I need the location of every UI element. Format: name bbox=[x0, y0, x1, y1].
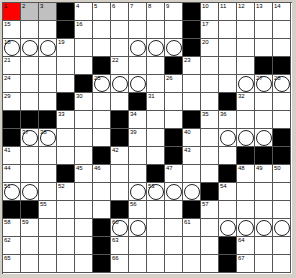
cell-r10c6[interactable]: 46 bbox=[93, 165, 111, 183]
cell-r3c3[interactable] bbox=[39, 39, 57, 57]
cell-r8c15[interactable] bbox=[255, 129, 273, 147]
cell-r8c5[interactable] bbox=[75, 129, 93, 147]
cell-r5c9[interactable] bbox=[147, 75, 165, 93]
clue-number: 53 bbox=[148, 183, 155, 190]
cell-r12c8[interactable]: 56 bbox=[129, 201, 147, 219]
cell-r12c12[interactable]: 57 bbox=[201, 201, 219, 219]
cell-r12c4[interactable] bbox=[57, 201, 75, 219]
cell-r15c14[interactable]: 67 bbox=[237, 255, 255, 273]
cell-r14c9[interactable] bbox=[147, 237, 165, 255]
cell-r14c4[interactable] bbox=[57, 237, 75, 255]
cell-r13c5[interactable] bbox=[75, 219, 93, 237]
black-cell-r10c9 bbox=[147, 165, 165, 183]
circle-marker bbox=[220, 220, 236, 236]
cell-r2c13[interactable] bbox=[219, 21, 237, 39]
circle-marker bbox=[130, 220, 146, 236]
cell-r3c16[interactable] bbox=[273, 39, 291, 57]
cell-r3c9[interactable] bbox=[147, 39, 165, 57]
cell-r1c12[interactable]: 10 bbox=[201, 3, 219, 21]
cell-r10c1[interactable]: 44 bbox=[3, 165, 21, 183]
clue-number: 51 bbox=[4, 183, 11, 190]
cell-r14c8[interactable] bbox=[129, 237, 147, 255]
cell-r7c9[interactable] bbox=[147, 111, 165, 129]
clue-number: 61 bbox=[184, 219, 191, 226]
cell-r12c6[interactable] bbox=[93, 201, 111, 219]
cell-r15c1[interactable]: 65 bbox=[3, 255, 21, 273]
black-cell-r8c10 bbox=[165, 129, 183, 147]
clue-number: 14 bbox=[274, 3, 281, 10]
cell-r14c1[interactable]: 62 bbox=[3, 237, 21, 255]
cell-r8c2[interactable]: 37 bbox=[21, 129, 39, 147]
cell-r2c8[interactable] bbox=[129, 21, 147, 39]
cell-r13c14[interactable] bbox=[237, 219, 255, 237]
cell-r14c14[interactable]: 64 bbox=[237, 237, 255, 255]
cell-r1c13[interactable]: 11 bbox=[219, 3, 237, 21]
cell-r12c5[interactable] bbox=[75, 201, 93, 219]
circle-marker bbox=[148, 40, 164, 56]
clue-number: 20 bbox=[202, 39, 209, 46]
cell-r6c11[interactable] bbox=[183, 93, 201, 111]
cell-r1c8[interactable]: 7 bbox=[129, 3, 147, 21]
cell-r7c5[interactable] bbox=[75, 111, 93, 129]
cell-r5c7[interactable] bbox=[111, 75, 129, 93]
clue-number: 18 bbox=[4, 39, 11, 46]
cell-r5c6[interactable]: 25 bbox=[93, 75, 111, 93]
cell-r13c11[interactable]: 61 bbox=[183, 219, 201, 237]
clue-number: 11 bbox=[220, 3, 226, 10]
cell-r9c11[interactable]: 43 bbox=[183, 147, 201, 165]
cell-r7c13[interactable]: 36 bbox=[219, 111, 237, 129]
clue-number: 23 bbox=[184, 57, 191, 64]
cell-r4c7[interactable]: 22 bbox=[111, 57, 129, 75]
clue-number: 33 bbox=[58, 111, 65, 118]
cell-r14c5[interactable] bbox=[75, 237, 93, 255]
cell-r10c16[interactable]: 50 bbox=[273, 165, 291, 183]
black-cell-r13c6 bbox=[93, 219, 111, 237]
cell-r10c12[interactable] bbox=[201, 165, 219, 183]
cell-r15c10[interactable] bbox=[165, 255, 183, 273]
cell-r6c14[interactable]: 32 bbox=[237, 93, 255, 111]
cell-r6c2[interactable] bbox=[21, 93, 39, 111]
clue-number: 44 bbox=[4, 165, 11, 172]
cell-r6c10[interactable] bbox=[165, 93, 183, 111]
black-cell-r8c16 bbox=[273, 129, 291, 147]
black-cell-r9c16 bbox=[273, 147, 291, 165]
cell-r6c12[interactable] bbox=[201, 93, 219, 111]
cell-r1c16[interactable]: 14 bbox=[273, 3, 291, 21]
cell-r13c2[interactable]: 59 bbox=[21, 219, 39, 237]
cell-r3c2[interactable] bbox=[21, 39, 39, 57]
circle-marker bbox=[130, 40, 146, 56]
cell-r9c3[interactable] bbox=[39, 147, 57, 165]
black-cell-r4c6 bbox=[93, 57, 111, 75]
cell-r4c9[interactable] bbox=[147, 57, 165, 75]
cell-r6c3[interactable] bbox=[39, 93, 57, 111]
cell-r5c14[interactable] bbox=[237, 75, 255, 93]
black-cell-r8c7 bbox=[111, 129, 129, 147]
cell-r8c14[interactable] bbox=[237, 129, 255, 147]
cell-r9c8[interactable] bbox=[129, 147, 147, 165]
cell-r15c2[interactable] bbox=[21, 255, 39, 273]
black-cell-r7c11 bbox=[183, 111, 201, 129]
clue-number: 22 bbox=[112, 57, 119, 64]
cell-r15c11[interactable] bbox=[183, 255, 201, 273]
black-cell-r12c7 bbox=[111, 201, 129, 219]
cell-r7c8[interactable]: 34 bbox=[129, 111, 147, 129]
cell-r2c16[interactable] bbox=[273, 21, 291, 39]
black-cell-r10c4 bbox=[57, 165, 75, 183]
cell-r11c13[interactable]: 54 bbox=[219, 183, 237, 201]
cell-r14c15[interactable] bbox=[255, 237, 273, 255]
cell-r12c16[interactable] bbox=[273, 201, 291, 219]
cell-r15c5[interactable] bbox=[75, 255, 93, 273]
cell-r7c4[interactable]: 33 bbox=[57, 111, 75, 129]
black-cell-r12c1 bbox=[3, 201, 21, 219]
cell-r5c13[interactable] bbox=[219, 75, 237, 93]
cell-r4c4[interactable] bbox=[57, 57, 75, 75]
clue-number: 37 bbox=[22, 129, 29, 136]
black-cell-r11c12 bbox=[201, 183, 219, 201]
clue-number: 7 bbox=[130, 3, 133, 10]
clue-number: 35 bbox=[202, 111, 209, 118]
cell-r10c10[interactable]: 47 bbox=[165, 165, 183, 183]
cell-r14c10[interactable] bbox=[165, 237, 183, 255]
circle-marker bbox=[238, 130, 254, 146]
cell-r4c11[interactable]: 23 bbox=[183, 57, 201, 75]
cell-r12c13[interactable] bbox=[219, 201, 237, 219]
black-cell-r7c3 bbox=[39, 111, 57, 129]
clue-number: 54 bbox=[220, 183, 227, 190]
clue-number: 49 bbox=[256, 165, 263, 172]
clue-number: 41 bbox=[4, 147, 11, 154]
clue-number: 36 bbox=[220, 111, 227, 118]
cell-r6c16[interactable] bbox=[273, 93, 291, 111]
cell-r11c4[interactable]: 52 bbox=[57, 183, 75, 201]
cell-r11c6[interactable] bbox=[93, 183, 111, 201]
cell-r4c14[interactable] bbox=[237, 57, 255, 75]
cell-r9c1[interactable]: 41 bbox=[3, 147, 21, 165]
cell-r11c5[interactable] bbox=[75, 183, 93, 201]
cell-r4c13[interactable] bbox=[219, 57, 237, 75]
black-cell-r4c10 bbox=[165, 57, 183, 75]
cell-r11c1[interactable]: 51 bbox=[3, 183, 21, 201]
cell-r6c6[interactable] bbox=[93, 93, 111, 111]
circle-marker bbox=[184, 184, 200, 200]
cell-r9c9[interactable] bbox=[147, 147, 165, 165]
cell-r7c14[interactable] bbox=[237, 111, 255, 129]
cell-r5c11[interactable] bbox=[183, 75, 201, 93]
clue-number: 12 bbox=[238, 3, 245, 10]
cell-r15c12[interactable] bbox=[201, 255, 219, 273]
clue-number: 9 bbox=[166, 3, 169, 10]
cell-r9c2[interactable] bbox=[21, 147, 39, 165]
cell-r13c9[interactable] bbox=[147, 219, 165, 237]
cell-r2c9[interactable] bbox=[147, 21, 165, 39]
black-cell-r7c1 bbox=[3, 111, 21, 129]
clue-number: 2 bbox=[22, 3, 25, 10]
cell-r15c9[interactable] bbox=[147, 255, 165, 273]
clue-number: 10 bbox=[202, 3, 209, 10]
cell-r3c4[interactable]: 19 bbox=[57, 39, 75, 57]
black-cell-r15c13 bbox=[219, 255, 237, 273]
clue-number: 27 bbox=[256, 75, 263, 82]
cell-r1c5[interactable]: 4 bbox=[75, 3, 93, 21]
cell-r3c14[interactable] bbox=[237, 39, 255, 57]
circle-marker bbox=[256, 130, 272, 146]
clue-number: 48 bbox=[238, 165, 245, 172]
cell-r4c3[interactable] bbox=[39, 57, 57, 75]
black-cell-r15c6 bbox=[93, 255, 111, 273]
cell-r7c16[interactable] bbox=[273, 111, 291, 129]
cell-r13c16[interactable] bbox=[273, 219, 291, 237]
circle-marker bbox=[166, 40, 182, 56]
cell-r9c5[interactable] bbox=[75, 147, 93, 165]
cell-r10c11[interactable] bbox=[183, 165, 201, 183]
cell-r6c1[interactable]: 29 bbox=[3, 93, 21, 111]
cell-r6c5[interactable]: 30 bbox=[75, 93, 93, 111]
cell-r1c2[interactable]: 2 bbox=[21, 3, 39, 21]
cell-r2c14[interactable] bbox=[237, 21, 255, 39]
cell-r7c10[interactable] bbox=[165, 111, 183, 129]
cell-r15c8[interactable] bbox=[129, 255, 147, 273]
black-cell-r6c8 bbox=[129, 93, 147, 111]
cell-r8c8[interactable]: 39 bbox=[129, 129, 147, 147]
black-cell-r9c14 bbox=[237, 147, 255, 165]
cell-r12c14[interactable] bbox=[237, 201, 255, 219]
cell-r2c6[interactable] bbox=[93, 21, 111, 39]
cell-r1c9[interactable]: 8 bbox=[147, 3, 165, 21]
crossword-board: 1234567891011121314151617181920212223242… bbox=[2, 2, 292, 274]
cell-r13c12[interactable] bbox=[201, 219, 219, 237]
cell-r3c13[interactable] bbox=[219, 39, 237, 57]
circle-marker bbox=[130, 184, 146, 200]
cell-r14c7[interactable]: 63 bbox=[111, 237, 129, 255]
clue-number: 60 bbox=[112, 219, 119, 226]
clue-number: 6 bbox=[112, 3, 115, 10]
circle-marker bbox=[238, 220, 254, 236]
clue-number: 57 bbox=[202, 201, 209, 208]
black-cell-r2c11 bbox=[183, 21, 201, 39]
black-cell-r14c13 bbox=[219, 237, 237, 255]
clue-number: 64 bbox=[238, 237, 245, 244]
cell-r12c3[interactable]: 55 bbox=[39, 201, 57, 219]
cell-r14c11[interactable] bbox=[183, 237, 201, 255]
clue-number: 5 bbox=[94, 3, 97, 10]
cell-r11c15[interactable] bbox=[255, 183, 273, 201]
cell-r3c1[interactable]: 18 bbox=[3, 39, 21, 57]
cell-r8c4[interactable] bbox=[57, 129, 75, 147]
cell-r12c15[interactable] bbox=[255, 201, 273, 219]
cell-r2c12[interactable]: 17 bbox=[201, 21, 219, 39]
cell-r3c12[interactable]: 20 bbox=[201, 39, 219, 57]
cell-r5c12[interactable] bbox=[201, 75, 219, 93]
clue-number: 30 bbox=[76, 93, 83, 100]
cell-r14c3[interactable] bbox=[39, 237, 57, 255]
clue-number: 62 bbox=[4, 237, 11, 244]
clue-number: 43 bbox=[184, 147, 191, 154]
cell-r11c3[interactable] bbox=[39, 183, 57, 201]
clue-number: 31 bbox=[148, 93, 155, 100]
cell-r11c8[interactable] bbox=[129, 183, 147, 201]
cell-r12c10[interactable] bbox=[165, 201, 183, 219]
cell-r1c10[interactable]: 9 bbox=[165, 3, 183, 21]
cell-r11c14[interactable] bbox=[237, 183, 255, 201]
clue-number: 29 bbox=[4, 93, 11, 100]
clue-number: 47 bbox=[166, 165, 173, 172]
clue-number: 66 bbox=[112, 255, 119, 262]
cell-r12c9[interactable] bbox=[147, 201, 165, 219]
cell-r13c8[interactable] bbox=[129, 219, 147, 237]
circle-marker bbox=[130, 76, 146, 92]
cell-r3c15[interactable] bbox=[255, 39, 273, 57]
cell-r2c1[interactable]: 15 bbox=[3, 21, 21, 39]
cell-r11c7[interactable] bbox=[111, 183, 129, 201]
cell-r3c6[interactable] bbox=[93, 39, 111, 57]
cell-r4c5[interactable] bbox=[75, 57, 93, 75]
cell-r2c7[interactable] bbox=[111, 21, 129, 39]
cell-r9c13[interactable] bbox=[219, 147, 237, 165]
window-background: 1234567891011121314151617181920212223242… bbox=[0, 0, 296, 276]
cell-r6c7[interactable] bbox=[111, 93, 129, 111]
cell-r9c7[interactable]: 42 bbox=[111, 147, 129, 165]
cell-r8c11[interactable]: 40 bbox=[183, 129, 201, 147]
cell-r7c6[interactable] bbox=[93, 111, 111, 129]
cell-r10c3[interactable] bbox=[39, 165, 57, 183]
cell-r11c2[interactable] bbox=[21, 183, 39, 201]
cell-r7c15[interactable] bbox=[255, 111, 273, 129]
cell-r13c1[interactable]: 58 bbox=[3, 219, 21, 237]
cell-r3c5[interactable] bbox=[75, 39, 93, 57]
cell-r5c16[interactable]: 28 bbox=[273, 75, 291, 93]
circle-marker bbox=[238, 76, 254, 92]
cell-r8c9[interactable] bbox=[147, 129, 165, 147]
black-cell-r9c15 bbox=[255, 147, 273, 165]
clue-number: 28 bbox=[274, 75, 281, 82]
circle-marker bbox=[256, 220, 272, 236]
clue-number: 16 bbox=[76, 21, 83, 28]
circle-marker bbox=[166, 184, 182, 200]
cell-r14c2[interactable] bbox=[21, 237, 39, 255]
cell-r5c10[interactable]: 26 bbox=[165, 75, 183, 93]
cell-r3c8[interactable] bbox=[129, 39, 147, 57]
clue-number: 3 bbox=[40, 3, 43, 10]
cell-r15c4[interactable] bbox=[57, 255, 75, 273]
black-cell-r9c6 bbox=[93, 147, 111, 165]
clue-number: 8 bbox=[148, 3, 151, 10]
cell-r2c10[interactable] bbox=[165, 21, 183, 39]
cell-r5c1[interactable]: 24 bbox=[3, 75, 21, 93]
cell-r13c15[interactable] bbox=[255, 219, 273, 237]
cell-r10c7[interactable] bbox=[111, 165, 129, 183]
clue-number: 42 bbox=[112, 147, 119, 154]
cell-r6c15[interactable] bbox=[255, 93, 273, 111]
cell-r11c11[interactable] bbox=[183, 183, 201, 201]
cell-r8c6[interactable] bbox=[93, 129, 111, 147]
clue-number: 38 bbox=[40, 129, 47, 136]
cell-r2c5[interactable]: 16 bbox=[75, 21, 93, 39]
cell-r10c15[interactable]: 49 bbox=[255, 165, 273, 183]
cell-r1c1[interactable]: 1 bbox=[3, 3, 21, 21]
cell-r1c6[interactable]: 5 bbox=[93, 3, 111, 21]
cell-r9c4[interactable] bbox=[57, 147, 75, 165]
black-cell-r2c4 bbox=[57, 21, 75, 39]
cell-r15c15[interactable] bbox=[255, 255, 273, 273]
cell-r14c16[interactable] bbox=[273, 237, 291, 255]
cell-r1c15[interactable]: 13 bbox=[255, 3, 273, 21]
clue-number: 34 bbox=[130, 111, 137, 118]
cell-r10c14[interactable]: 48 bbox=[237, 165, 255, 183]
cell-r11c16[interactable] bbox=[273, 183, 291, 201]
cell-r10c2[interactable] bbox=[21, 165, 39, 183]
cell-r3c10[interactable] bbox=[165, 39, 183, 57]
cell-r7c12[interactable]: 35 bbox=[201, 111, 219, 129]
clue-number: 52 bbox=[58, 183, 65, 190]
cell-r14c12[interactable] bbox=[201, 237, 219, 255]
cell-r1c7[interactable]: 6 bbox=[111, 3, 129, 21]
cell-r8c3[interactable]: 38 bbox=[39, 129, 57, 147]
cell-r2c2[interactable] bbox=[21, 21, 39, 39]
cell-r13c3[interactable] bbox=[39, 219, 57, 237]
cell-r13c7[interactable]: 60 bbox=[111, 219, 129, 237]
black-cell-r12c11 bbox=[183, 201, 201, 219]
cell-r11c10[interactable] bbox=[165, 183, 183, 201]
cell-r9c12[interactable] bbox=[201, 147, 219, 165]
cell-r1c3[interactable]: 3 bbox=[39, 3, 57, 21]
cell-r15c3[interactable] bbox=[39, 255, 57, 273]
cell-r2c3[interactable] bbox=[39, 21, 57, 39]
cell-r10c5[interactable]: 45 bbox=[75, 165, 93, 183]
clue-number: 26 bbox=[166, 75, 173, 82]
cell-r8c13[interactable] bbox=[219, 129, 237, 147]
black-cell-r4c16 bbox=[273, 57, 291, 75]
cell-r1c14[interactable]: 12 bbox=[237, 3, 255, 21]
clue-number: 46 bbox=[94, 165, 101, 172]
cell-r4c8[interactable] bbox=[129, 57, 147, 75]
cell-r4c1[interactable]: 21 bbox=[3, 57, 21, 75]
clue-number: 58 bbox=[4, 219, 11, 226]
cell-r13c4[interactable] bbox=[57, 219, 75, 237]
cell-r10c8[interactable] bbox=[129, 165, 147, 183]
cell-r5c8[interactable] bbox=[129, 75, 147, 93]
clue-number: 13 bbox=[256, 3, 263, 10]
cell-r4c12[interactable] bbox=[201, 57, 219, 75]
cell-r6c9[interactable]: 31 bbox=[147, 93, 165, 111]
cell-r4c2[interactable] bbox=[21, 57, 39, 75]
black-cell-r5c5 bbox=[75, 75, 93, 93]
clue-number: 65 bbox=[4, 255, 11, 262]
cell-r15c16[interactable] bbox=[273, 255, 291, 273]
cell-r5c2[interactable] bbox=[21, 75, 39, 93]
cell-r3c7[interactable] bbox=[111, 39, 129, 57]
circle-marker bbox=[40, 40, 56, 56]
circle-marker bbox=[22, 184, 38, 200]
clue-number: 15 bbox=[4, 21, 11, 28]
black-cell-r1c4 bbox=[57, 3, 75, 21]
black-cell-r3c11 bbox=[183, 39, 201, 57]
black-cell-r12c2 bbox=[21, 201, 39, 219]
cell-r5c4[interactable] bbox=[57, 75, 75, 93]
cell-r13c10[interactable] bbox=[165, 219, 183, 237]
clue-number: 32 bbox=[238, 93, 245, 100]
cell-r15c7[interactable]: 66 bbox=[111, 255, 129, 273]
cell-r13c13[interactable] bbox=[219, 219, 237, 237]
cell-r2c15[interactable] bbox=[255, 21, 273, 39]
cell-r11c9[interactable]: 53 bbox=[147, 183, 165, 201]
cell-r5c15[interactable]: 27 bbox=[255, 75, 273, 93]
cell-r5c3[interactable] bbox=[39, 75, 57, 93]
cell-r8c12[interactable] bbox=[201, 129, 219, 147]
black-cell-r1c11 bbox=[183, 3, 201, 21]
